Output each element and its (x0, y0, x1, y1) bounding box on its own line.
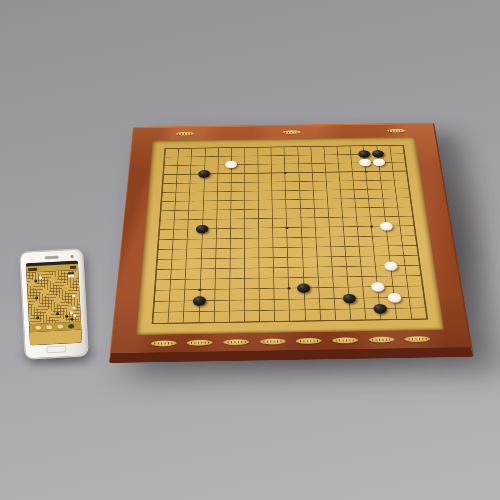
board-surface (136, 137, 444, 335)
white-stone-Q17 (359, 159, 372, 167)
gold-plaque (282, 130, 301, 134)
black-stone-L4 (56, 313, 59, 316)
earpiece-speaker-icon (44, 256, 58, 260)
home-button (46, 345, 66, 353)
star-point (287, 287, 290, 289)
black-stone-Q18 (358, 150, 370, 158)
app-header-mark-right (70, 265, 76, 268)
plaque-engraving (155, 342, 173, 344)
star-point (285, 227, 288, 229)
phone-app-lower-area (29, 330, 82, 346)
white-stone-R10 (379, 222, 392, 231)
white-stone-F17 (225, 161, 237, 169)
board-grid (152, 145, 429, 325)
black-stone-D10 (35, 296, 38, 299)
white-stone-R17 (71, 274, 74, 277)
phone-screen (26, 261, 82, 346)
plaque-engraving (285, 132, 298, 134)
tray-white-stone-icon (46, 325, 52, 329)
gold-plaque (368, 337, 394, 343)
black-stone-D3 (192, 296, 206, 306)
black-stone-R18 (372, 150, 385, 158)
gold-plaque (151, 340, 177, 346)
plaque-engraving (191, 342, 209, 344)
black-stone-Q2 (373, 304, 387, 314)
front-camera-icon (70, 255, 73, 258)
gold-plaque (386, 129, 405, 133)
gold-plaque (175, 132, 194, 136)
white-stone-Q4 (371, 282, 385, 292)
gold-plaque (404, 336, 430, 342)
black-stone-D3 (36, 317, 39, 320)
gold-plaque (223, 339, 249, 345)
tray-white-stone-icon (57, 325, 63, 329)
go-board (109, 123, 474, 363)
star-point (370, 225, 373, 227)
plaque-engraving (300, 340, 318, 342)
black-stone-D10 (195, 225, 208, 234)
plaque-engraving (372, 339, 390, 341)
tray-white-stone-icon (35, 326, 41, 330)
gold-plaque (187, 340, 213, 346)
plaque-engraving (389, 130, 402, 132)
black-stone-D16 (198, 170, 210, 178)
plaque-engraving (408, 338, 426, 340)
phone-mini-go-board (26, 270, 81, 325)
plaque-engraving (264, 340, 282, 342)
smartphone (19, 248, 89, 359)
white-stone-R10 (72, 294, 75, 297)
star-point (365, 170, 368, 172)
plaque-engraving (227, 341, 245, 343)
white-stone-F17 (39, 276, 42, 279)
gold-plaque (296, 338, 322, 344)
black-stone-L4 (297, 284, 310, 294)
white-stone-R3 (73, 315, 76, 318)
black-stone-O3 (65, 315, 68, 318)
plaque-engraving (178, 133, 191, 135)
black-stone-D16 (34, 279, 37, 282)
white-stone-R3 (387, 293, 401, 303)
star-point (198, 289, 201, 291)
white-stone-R6 (384, 261, 398, 270)
plaque-engraving (336, 339, 354, 341)
tray-black-stone-icon (68, 324, 74, 328)
scene (0, 0, 500, 500)
gold-plaque (260, 338, 286, 344)
star-point (284, 172, 287, 174)
black-stone-Q2 (71, 318, 74, 321)
white-stone-R17 (372, 159, 385, 167)
app-header-mark-left (28, 267, 37, 270)
white-stone-R6 (73, 306, 76, 309)
gold-plaque (332, 337, 358, 343)
black-stone-O3 (342, 293, 356, 303)
